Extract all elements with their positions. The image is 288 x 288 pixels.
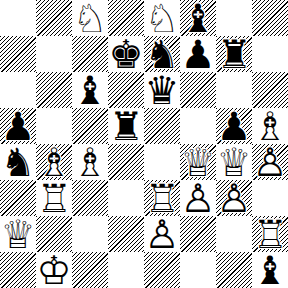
piece-glyph: ♟ bbox=[216, 108, 252, 144]
square-b4[interactable]: ♝♗ bbox=[36, 144, 72, 180]
piece-glyph: ♝ bbox=[72, 72, 108, 108]
square-e2[interactable]: ♟♙ bbox=[144, 216, 180, 252]
square-e3[interactable]: ♜♖ bbox=[144, 180, 180, 216]
piece-black-bishop[interactable]: ♝♝ bbox=[72, 72, 108, 108]
square-a3[interactable] bbox=[0, 180, 36, 216]
square-d8[interactable] bbox=[108, 0, 144, 36]
square-a2[interactable]: ♛♕ bbox=[0, 216, 36, 252]
square-e6[interactable]: ♛♛ bbox=[144, 72, 180, 108]
piece-glyph: ♝ bbox=[252, 252, 288, 288]
square-f4[interactable]: ♛♕ bbox=[180, 144, 216, 180]
square-f5[interactable] bbox=[180, 108, 216, 144]
square-g6[interactable] bbox=[216, 72, 252, 108]
square-f3[interactable]: ♟♙ bbox=[180, 180, 216, 216]
square-c6[interactable]: ♝♝ bbox=[72, 72, 108, 108]
square-d1[interactable] bbox=[108, 252, 144, 288]
square-b7[interactable] bbox=[36, 36, 72, 72]
piece-glyph: ♞ bbox=[0, 144, 36, 180]
square-g2[interactable] bbox=[216, 216, 252, 252]
square-a8[interactable] bbox=[0, 0, 36, 36]
square-g1[interactable] bbox=[216, 252, 252, 288]
piece-white-bishop[interactable]: ♝♗ bbox=[252, 108, 288, 144]
square-d4[interactable] bbox=[108, 144, 144, 180]
piece-black-pawn[interactable]: ♟♟ bbox=[0, 108, 36, 144]
piece-white-pawn[interactable]: ♟♙ bbox=[216, 180, 252, 216]
piece-glyph: ♗ bbox=[72, 144, 108, 180]
piece-black-rook[interactable]: ♜♜ bbox=[108, 108, 144, 144]
piece-glyph: ♜ bbox=[108, 108, 144, 144]
square-d6[interactable] bbox=[108, 72, 144, 108]
piece-glyph: ♙ bbox=[144, 216, 180, 252]
square-e5[interactable] bbox=[144, 108, 180, 144]
square-g7[interactable]: ♜♜ bbox=[216, 36, 252, 72]
piece-glyph: ♕ bbox=[180, 144, 216, 180]
square-b6[interactable] bbox=[36, 72, 72, 108]
piece-glyph: ♟ bbox=[180, 36, 216, 72]
piece-glyph: ♕ bbox=[216, 144, 252, 180]
square-d2[interactable] bbox=[108, 216, 144, 252]
square-f2[interactable] bbox=[180, 216, 216, 252]
piece-white-knight[interactable]: ♞♘ bbox=[72, 0, 108, 36]
square-b8[interactable] bbox=[36, 0, 72, 36]
piece-glyph: ♕ bbox=[0, 216, 36, 252]
square-a7[interactable] bbox=[0, 36, 36, 72]
square-c4[interactable]: ♝♗ bbox=[72, 144, 108, 180]
piece-glyph: ♛ bbox=[144, 72, 180, 108]
piece-black-bishop[interactable]: ♝♝ bbox=[252, 252, 288, 288]
piece-glyph: ♞ bbox=[144, 36, 180, 72]
square-h2[interactable]: ♜♖ bbox=[252, 216, 288, 252]
piece-glyph: ♝ bbox=[180, 0, 216, 36]
piece-glyph: ♜ bbox=[216, 36, 252, 72]
square-c2[interactable] bbox=[72, 216, 108, 252]
square-h7[interactable] bbox=[252, 36, 288, 72]
square-f7[interactable]: ♟♟ bbox=[180, 36, 216, 72]
piece-glyph: ♙ bbox=[216, 180, 252, 216]
square-d7[interactable]: ♚♚ bbox=[108, 36, 144, 72]
piece-black-rook[interactable]: ♜♜ bbox=[216, 36, 252, 72]
square-c8[interactable]: ♞♘ bbox=[72, 0, 108, 36]
square-c1[interactable] bbox=[72, 252, 108, 288]
square-b5[interactable] bbox=[36, 108, 72, 144]
square-c5[interactable] bbox=[72, 108, 108, 144]
piece-black-queen[interactable]: ♛♛ bbox=[144, 72, 180, 108]
piece-glyph: ♘ bbox=[72, 0, 108, 36]
piece-glyph: ♗ bbox=[36, 144, 72, 180]
square-g4[interactable]: ♛♕ bbox=[216, 144, 252, 180]
square-d5[interactable]: ♜♜ bbox=[108, 108, 144, 144]
square-a1[interactable] bbox=[0, 252, 36, 288]
piece-white-rook[interactable]: ♜♖ bbox=[36, 180, 72, 216]
square-g8[interactable] bbox=[216, 0, 252, 36]
piece-glyph: ♔ bbox=[36, 252, 72, 288]
chess-board: ♞♘♞♘♝♝♚♚♞♞♟♟♜♜♝♝♛♛♟♟♜♜♟♟♝♗♞♞♝♗♝♗♛♕♛♕♟♙♜♖… bbox=[0, 0, 288, 288]
piece-white-king[interactable]: ♚♔ bbox=[36, 252, 72, 288]
piece-black-pawn[interactable]: ♟♟ bbox=[216, 108, 252, 144]
piece-white-queen[interactable]: ♛♕ bbox=[216, 144, 252, 180]
square-g3[interactable]: ♟♙ bbox=[216, 180, 252, 216]
piece-white-knight[interactable]: ♞♘ bbox=[144, 0, 180, 36]
square-e1[interactable] bbox=[144, 252, 180, 288]
piece-white-bishop[interactable]: ♝♗ bbox=[72, 144, 108, 180]
piece-white-queen[interactable]: ♛♕ bbox=[0, 216, 36, 252]
square-f6[interactable] bbox=[180, 72, 216, 108]
piece-black-pawn[interactable]: ♟♟ bbox=[180, 36, 216, 72]
square-h4[interactable]: ♟♙ bbox=[252, 144, 288, 180]
square-a4[interactable]: ♞♞ bbox=[0, 144, 36, 180]
piece-glyph: ♗ bbox=[252, 108, 288, 144]
square-e4[interactable] bbox=[144, 144, 180, 180]
piece-white-rook[interactable]: ♜♖ bbox=[252, 216, 288, 252]
square-e8[interactable]: ♞♘ bbox=[144, 0, 180, 36]
piece-glyph: ♟ bbox=[0, 108, 36, 144]
square-h1[interactable]: ♝♝ bbox=[252, 252, 288, 288]
square-a6[interactable] bbox=[0, 72, 36, 108]
square-e7[interactable]: ♞♞ bbox=[144, 36, 180, 72]
square-h3[interactable] bbox=[252, 180, 288, 216]
piece-glyph: ♖ bbox=[144, 180, 180, 216]
piece-white-pawn[interactable]: ♟♙ bbox=[180, 180, 216, 216]
square-f8[interactable]: ♝♝ bbox=[180, 0, 216, 36]
square-c3[interactable] bbox=[72, 180, 108, 216]
piece-black-knight[interactable]: ♞♞ bbox=[144, 36, 180, 72]
square-g5[interactable]: ♟♟ bbox=[216, 108, 252, 144]
square-h6[interactable] bbox=[252, 72, 288, 108]
square-f1[interactable] bbox=[180, 252, 216, 288]
square-b2[interactable] bbox=[36, 216, 72, 252]
piece-black-knight[interactable]: ♞♞ bbox=[0, 144, 36, 180]
square-b1[interactable]: ♚♔ bbox=[36, 252, 72, 288]
piece-glyph: ♖ bbox=[36, 180, 72, 216]
square-h8[interactable] bbox=[252, 0, 288, 36]
square-h5[interactable]: ♝♗ bbox=[252, 108, 288, 144]
piece-white-bishop[interactable]: ♝♗ bbox=[36, 144, 72, 180]
piece-glyph: ♖ bbox=[252, 216, 288, 252]
square-c7[interactable] bbox=[72, 36, 108, 72]
piece-white-pawn[interactable]: ♟♙ bbox=[144, 216, 180, 252]
piece-white-queen[interactable]: ♛♕ bbox=[180, 144, 216, 180]
piece-black-bishop[interactable]: ♝♝ bbox=[180, 0, 216, 36]
piece-glyph: ♚ bbox=[108, 36, 144, 72]
piece-white-pawn[interactable]: ♟♙ bbox=[252, 144, 288, 180]
piece-black-king[interactable]: ♚♚ bbox=[108, 36, 144, 72]
piece-glyph: ♙ bbox=[180, 180, 216, 216]
piece-glyph: ♙ bbox=[252, 144, 288, 180]
piece-glyph: ♘ bbox=[144, 0, 180, 36]
square-b3[interactable]: ♜♖ bbox=[36, 180, 72, 216]
square-d3[interactable] bbox=[108, 180, 144, 216]
piece-white-rook[interactable]: ♜♖ bbox=[144, 180, 180, 216]
square-a5[interactable]: ♟♟ bbox=[0, 108, 36, 144]
